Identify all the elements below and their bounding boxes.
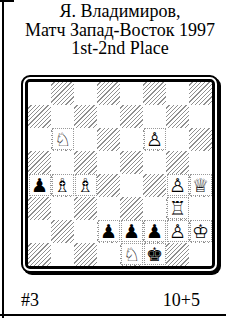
square-a3 <box>28 197 51 220</box>
author-line: Я. Владимиров, <box>0 2 240 21</box>
square-g7 <box>166 105 189 128</box>
white-pawn-g4: ♙ <box>167 174 189 196</box>
square-d2: ♟ <box>97 220 120 243</box>
square-d5 <box>97 151 120 174</box>
chess-problem-diagram: { "game": "chess", "diagram": { "title_l… <box>0 0 240 318</box>
white-knight-b6: ♘ <box>52 128 74 150</box>
white-bishop-c4: ♗ <box>75 174 97 196</box>
white-pawn-g2: ♙ <box>167 220 189 242</box>
square-a4: ♟ <box>28 174 51 197</box>
page-border-bottom <box>0 314 226 316</box>
square-g5 <box>166 151 189 174</box>
material-count-label: 10+5 <box>163 290 200 311</box>
square-a6 <box>28 128 51 151</box>
square-h1 <box>189 243 212 266</box>
square-d7 <box>97 105 120 128</box>
square-f2: ♟ <box>143 220 166 243</box>
square-h6 <box>189 128 212 151</box>
square-c2 <box>74 220 97 243</box>
square-h5 <box>189 151 212 174</box>
square-f4 <box>143 174 166 197</box>
white-bishop-b4: ♗ <box>52 174 74 196</box>
square-g2: ♙ <box>166 220 189 243</box>
black-king-f1: ♚ <box>144 243 166 265</box>
square-e7 <box>120 105 143 128</box>
black-pawn-e2: ♟ <box>121 220 143 242</box>
square-c4: ♗ <box>74 174 97 197</box>
caption-row: #3 10+5 <box>0 290 240 311</box>
square-b7 <box>51 105 74 128</box>
white-pawn-f6: ♙ <box>144 128 166 150</box>
square-e2: ♟ <box>120 220 143 243</box>
square-f8 <box>143 82 166 105</box>
square-a5 <box>28 151 51 174</box>
square-d4 <box>97 174 120 197</box>
square-b8 <box>51 82 74 105</box>
square-c1 <box>74 243 97 266</box>
square-h8 <box>189 82 212 105</box>
square-b5 <box>51 151 74 174</box>
square-g3: ♖ <box>166 197 189 220</box>
square-g1 <box>166 243 189 266</box>
tournament-line: Матч Запад-Восток 1997 <box>0 21 240 40</box>
square-b6: ♘ <box>51 128 74 151</box>
square-c7 <box>74 105 97 128</box>
square-h2: ♔ <box>189 220 212 243</box>
square-b1 <box>51 243 74 266</box>
page-border-left <box>2 0 4 318</box>
black-pawn-f2: ♟ <box>144 220 166 242</box>
chess-board-frame: ♘♙♟♗♗♙♕♖♟♟♟♙♔♘♚ <box>21 75 219 273</box>
square-e5 <box>120 151 143 174</box>
white-king-h2: ♔ <box>190 220 212 242</box>
square-a7 <box>28 105 51 128</box>
problem-title: Я. Владимиров, Матч Запад-Восток 1997 1s… <box>0 0 240 58</box>
square-e4 <box>120 174 143 197</box>
square-h7 <box>189 105 212 128</box>
square-f1: ♚ <box>143 243 166 266</box>
square-a8 <box>28 82 51 105</box>
square-d1 <box>97 243 120 266</box>
square-d3 <box>97 197 120 220</box>
square-a1 <box>28 243 51 266</box>
square-f5 <box>143 151 166 174</box>
white-rook-g3: ♖ <box>167 197 189 219</box>
black-pawn-a4: ♟ <box>29 174 51 196</box>
square-a2 <box>28 220 51 243</box>
square-f6: ♙ <box>143 128 166 151</box>
square-f3 <box>143 197 166 220</box>
square-c6 <box>74 128 97 151</box>
square-b3 <box>51 197 74 220</box>
square-h4: ♕ <box>189 174 212 197</box>
square-d6 <box>97 128 120 151</box>
square-g6 <box>166 128 189 151</box>
square-g8 <box>166 82 189 105</box>
square-e3 <box>120 197 143 220</box>
square-d8 <box>97 82 120 105</box>
square-e1: ♘ <box>120 243 143 266</box>
black-pawn-d2: ♟ <box>98 220 120 242</box>
square-b4: ♗ <box>51 174 74 197</box>
chess-board: ♘♙♟♗♗♙♕♖♟♟♟♙♔♘♚ <box>25 79 215 269</box>
white-queen-h4: ♕ <box>190 174 212 196</box>
stipulation-label: #3 <box>21 290 39 311</box>
square-h3 <box>189 197 212 220</box>
square-g4: ♙ <box>166 174 189 197</box>
square-f7 <box>143 105 166 128</box>
square-e8 <box>120 82 143 105</box>
white-knight-e1: ♘ <box>121 243 143 265</box>
square-b2 <box>51 220 74 243</box>
award-line: 1st-2nd Place <box>0 39 240 58</box>
square-c8 <box>74 82 97 105</box>
square-e6 <box>120 128 143 151</box>
square-c3 <box>74 197 97 220</box>
square-c5 <box>74 151 97 174</box>
